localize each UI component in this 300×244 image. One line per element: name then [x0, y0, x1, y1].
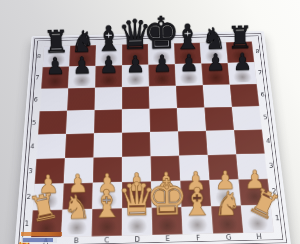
piece-black-pawn[interactable]: ♟ — [206, 52, 225, 74]
square-g6[interactable] — [203, 84, 232, 107]
rank-label-8-left: 8 — [34, 46, 43, 67]
square-g5[interactable] — [204, 107, 234, 131]
chessboard: ♜♞♝♛♚♝♞♜♟♟♟♟♟♟♟♟♟♟♟♟♟♟♟♟♜♞♝♛♚♝♞♜ ABCDEFG… — [0, 0, 300, 244]
watermark-line-2 — [21, 237, 57, 243]
square-f7[interactable]: ♟ — [175, 64, 203, 86]
file-label-f: F — [183, 235, 214, 242]
file-label-h: H — [244, 234, 275, 241]
piece-black-pawn[interactable]: ♟ — [125, 54, 145, 76]
rank-label-6-left: 6 — [31, 89, 40, 112]
piece-white-knight[interactable]: ♞ — [62, 191, 91, 223]
square-h6[interactable] — [230, 84, 260, 107]
square-d5[interactable] — [122, 109, 150, 133]
square-d4[interactable] — [122, 132, 151, 157]
file-label-c: C — [91, 237, 122, 244]
square-f4[interactable] — [178, 131, 208, 156]
square-f5[interactable] — [177, 107, 206, 131]
rank-label-3-right: 3 — [266, 153, 277, 178]
board-grid: ♜♞♝♛♚♝♞♜♟♟♟♟♟♟♟♟♟♟♟♟♟♟♟♟♜♞♝♛♚♝♞♜ — [31, 42, 274, 238]
square-b4[interactable] — [65, 133, 94, 158]
piece-black-pawn[interactable]: ♟ — [45, 55, 65, 77]
rank-label-7-left: 7 — [33, 67, 42, 89]
chess-photo-scene: ♜♞♝♛♚♝♞♜♟♟♟♟♟♟♟♟♟♟♟♟♟♟♟♟♜♞♝♛♚♝♞♜ ABCDEFG… — [0, 0, 300, 244]
file-label-g: G — [213, 235, 244, 242]
watermark-line-1 — [21, 232, 62, 236]
square-b5[interactable] — [66, 110, 95, 134]
square-f1[interactable]: ♝ — [181, 206, 213, 234]
square-b7[interactable]: ♟ — [68, 66, 95, 88]
piece-black-pawn[interactable]: ♟ — [179, 52, 199, 74]
file-label-e: E — [152, 236, 183, 243]
board-surface: ♜♞♝♛♚♝♞♜♟♟♟♟♟♟♟♟♟♟♟♟♟♟♟♟♜♞♝♛♚♝♞♜ ABCDEFG… — [14, 31, 291, 244]
square-c7[interactable]: ♟ — [95, 65, 122, 87]
square-g1[interactable]: ♞ — [211, 206, 243, 234]
square-g7[interactable]: ♟ — [201, 63, 229, 85]
rank-label-5-left: 5 — [29, 111, 39, 135]
square-a7[interactable]: ♟ — [41, 67, 69, 89]
square-b1[interactable]: ♞ — [61, 209, 92, 237]
square-d6[interactable] — [122, 86, 149, 109]
piece-black-pawn[interactable]: ♟ — [72, 55, 92, 77]
square-e7[interactable]: ♟ — [148, 64, 175, 86]
square-h4[interactable] — [234, 129, 265, 154]
square-h1[interactable]: ♜ — [241, 205, 274, 233]
rank-label-8-right: 8 — [253, 41, 263, 62]
piece-white-knight[interactable]: ♞ — [213, 188, 241, 220]
file-label-b: B — [61, 238, 92, 244]
rank-label-7-right: 7 — [255, 62, 265, 84]
piece-black-pawn[interactable]: ♟ — [152, 53, 172, 75]
rank-label-6-right: 6 — [257, 84, 267, 107]
square-e5[interactable] — [149, 108, 178, 132]
square-a5[interactable] — [38, 111, 67, 135]
square-h5[interactable] — [232, 106, 262, 130]
square-a6[interactable] — [40, 88, 68, 111]
photo-watermark — [21, 232, 62, 243]
square-f6[interactable] — [176, 85, 204, 108]
square-b6[interactable] — [67, 88, 95, 111]
square-d7[interactable]: ♟ — [122, 65, 149, 87]
square-c5[interactable] — [94, 109, 122, 133]
square-e1[interactable]: ♚ — [152, 207, 183, 235]
piece-black-pawn[interactable]: ♟ — [98, 54, 118, 76]
square-c6[interactable] — [95, 87, 122, 110]
rank-label-4-right: 4 — [263, 129, 274, 153]
square-c4[interactable] — [93, 133, 122, 158]
rank-label-3-left: 3 — [25, 159, 35, 184]
square-g4[interactable] — [206, 130, 236, 155]
square-h7[interactable]: ♟ — [228, 62, 257, 84]
square-e6[interactable] — [149, 86, 177, 109]
piece-white-bishop[interactable]: ♝ — [180, 183, 213, 220]
file-label-d: D — [122, 237, 153, 244]
square-a4[interactable] — [36, 134, 66, 159]
square-e4[interactable] — [150, 131, 179, 156]
piece-black-pawn[interactable]: ♟ — [232, 51, 251, 73]
rank-label-4-left: 4 — [27, 135, 37, 159]
piece-white-rook[interactable]: ♜ — [26, 188, 61, 226]
